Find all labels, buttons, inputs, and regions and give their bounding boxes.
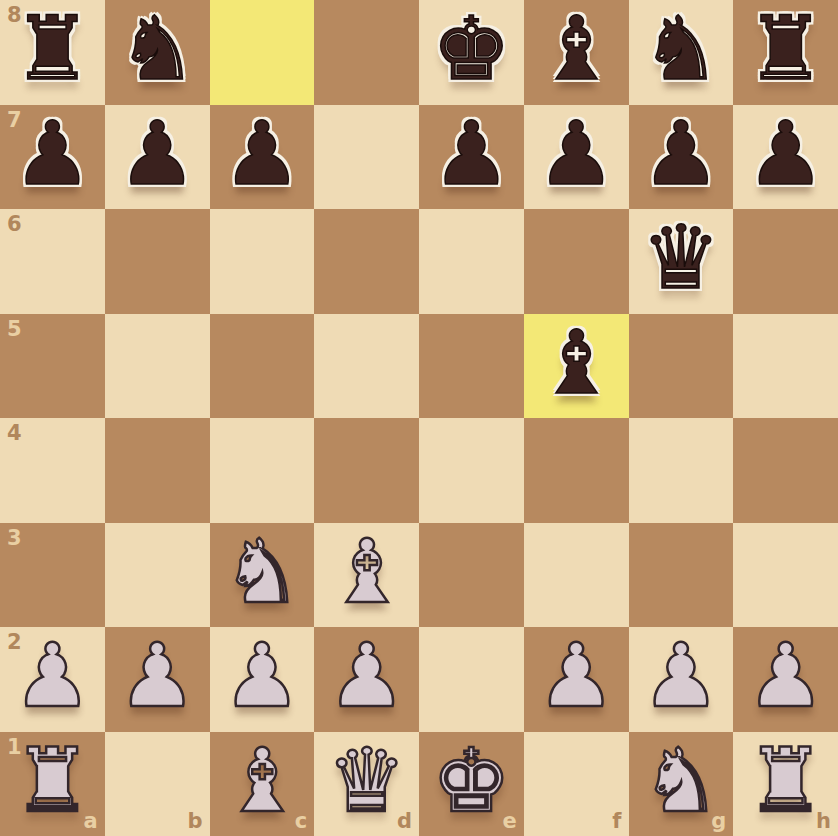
square-b1[interactable]: b xyxy=(105,732,210,836)
square-h2[interactable]: ♟ xyxy=(733,627,838,732)
piece-white-pawn[interactable]: ♟ xyxy=(118,624,197,728)
square-g2[interactable]: ♟ xyxy=(629,627,734,732)
square-f7[interactable]: ♟ xyxy=(524,105,629,210)
piece-black-pawn[interactable]: ♟ xyxy=(222,102,301,206)
square-d4[interactable] xyxy=(314,418,419,523)
square-f2[interactable]: ♟ xyxy=(524,627,629,732)
square-g6[interactable]: ♛ xyxy=(629,209,734,314)
square-b3[interactable] xyxy=(105,523,210,628)
piece-white-bishop[interactable]: ♝ xyxy=(327,520,406,624)
piece-white-pawn[interactable]: ♟ xyxy=(222,624,301,728)
square-e8[interactable]: ♚ xyxy=(419,0,524,105)
square-a3[interactable]: 3 xyxy=(0,523,105,628)
piece-black-bishop[interactable]: ♝ xyxy=(537,0,616,101)
square-b6[interactable] xyxy=(105,209,210,314)
square-h6[interactable] xyxy=(733,209,838,314)
rank-label-3: 3 xyxy=(7,528,22,549)
square-f8[interactable]: ♝ xyxy=(524,0,629,105)
square-a2[interactable]: 2♟ xyxy=(0,627,105,732)
piece-black-pawn[interactable]: ♟ xyxy=(118,102,197,206)
square-c7[interactable]: ♟ xyxy=(210,105,315,210)
piece-white-bishop[interactable]: ♝ xyxy=(222,729,301,833)
square-d7[interactable] xyxy=(314,105,419,210)
square-c8[interactable] xyxy=(210,0,315,105)
rank-label-4: 4 xyxy=(7,423,22,444)
square-h7[interactable]: ♟ xyxy=(733,105,838,210)
piece-white-knight[interactable]: ♞ xyxy=(641,729,720,833)
square-f1[interactable]: f xyxy=(524,732,629,836)
piece-white-pawn[interactable]: ♟ xyxy=(13,624,92,728)
piece-white-king[interactable]: ♚ xyxy=(432,729,511,833)
square-a6[interactable]: 6 xyxy=(0,209,105,314)
square-e4[interactable] xyxy=(419,418,524,523)
piece-white-rook[interactable]: ♜ xyxy=(13,729,92,833)
square-d1[interactable]: d♛ xyxy=(314,732,419,836)
square-b4[interactable] xyxy=(105,418,210,523)
square-g5[interactable] xyxy=(629,314,734,419)
square-f5[interactable]: ♝ xyxy=(524,314,629,419)
square-g7[interactable]: ♟ xyxy=(629,105,734,210)
piece-black-pawn[interactable]: ♟ xyxy=(537,102,616,206)
square-d5[interactable] xyxy=(314,314,419,419)
square-b5[interactable] xyxy=(105,314,210,419)
square-h8[interactable]: ♜ xyxy=(733,0,838,105)
piece-black-knight[interactable]: ♞ xyxy=(118,0,197,101)
piece-black-pawn[interactable]: ♟ xyxy=(432,102,511,206)
square-h4[interactable] xyxy=(733,418,838,523)
square-c4[interactable] xyxy=(210,418,315,523)
square-g4[interactable] xyxy=(629,418,734,523)
square-a8[interactable]: 8♜ xyxy=(0,0,105,105)
square-g3[interactable] xyxy=(629,523,734,628)
square-b8[interactable]: ♞ xyxy=(105,0,210,105)
square-d3[interactable]: ♝ xyxy=(314,523,419,628)
piece-white-pawn[interactable]: ♟ xyxy=(746,624,825,728)
piece-black-knight[interactable]: ♞ xyxy=(641,0,720,101)
square-a7[interactable]: 7♟ xyxy=(0,105,105,210)
piece-white-rook[interactable]: ♜ xyxy=(746,729,825,833)
square-c5[interactable] xyxy=(210,314,315,419)
square-c6[interactable] xyxy=(210,209,315,314)
square-h5[interactable] xyxy=(733,314,838,419)
square-a4[interactable]: 4 xyxy=(0,418,105,523)
piece-black-king[interactable]: ♚ xyxy=(432,0,511,101)
file-label-b: b xyxy=(187,811,202,832)
piece-white-knight[interactable]: ♞ xyxy=(222,520,301,624)
piece-black-rook[interactable]: ♜ xyxy=(746,0,825,101)
square-c3[interactable]: ♞ xyxy=(210,523,315,628)
square-e2[interactable] xyxy=(419,627,524,732)
piece-white-pawn[interactable]: ♟ xyxy=(327,624,406,728)
square-e1[interactable]: e♚ xyxy=(419,732,524,836)
piece-black-pawn[interactable]: ♟ xyxy=(641,102,720,206)
piece-white-pawn[interactable]: ♟ xyxy=(641,624,720,728)
square-d2[interactable]: ♟ xyxy=(314,627,419,732)
piece-black-rook[interactable]: ♜ xyxy=(13,0,92,101)
square-b2[interactable]: ♟ xyxy=(105,627,210,732)
square-e6[interactable] xyxy=(419,209,524,314)
piece-black-queen[interactable]: ♛ xyxy=(641,206,720,310)
square-b7[interactable]: ♟ xyxy=(105,105,210,210)
square-c2[interactable]: ♟ xyxy=(210,627,315,732)
piece-black-pawn[interactable]: ♟ xyxy=(746,102,825,206)
square-d6[interactable] xyxy=(314,209,419,314)
square-h3[interactable] xyxy=(733,523,838,628)
square-e5[interactable] xyxy=(419,314,524,419)
square-c1[interactable]: c♝ xyxy=(210,732,315,836)
square-a1[interactable]: 1a♜ xyxy=(0,732,105,836)
square-h1[interactable]: h♜ xyxy=(733,732,838,836)
square-f3[interactable] xyxy=(524,523,629,628)
square-f4[interactable] xyxy=(524,418,629,523)
square-e7[interactable]: ♟ xyxy=(419,105,524,210)
square-d8[interactable] xyxy=(314,0,419,105)
piece-white-pawn[interactable]: ♟ xyxy=(537,624,616,728)
piece-white-queen[interactable]: ♛ xyxy=(327,729,406,833)
square-a5[interactable]: 5 xyxy=(0,314,105,419)
rank-label-6: 6 xyxy=(7,214,22,235)
square-e3[interactable] xyxy=(419,523,524,628)
chess-board: 8♜♞♚♝♞♜7♟♟♟♟♟♟♟6♛5♝43♞♝2♟♟♟♟♟♟♟1a♜bc♝d♛e… xyxy=(0,0,838,836)
square-g8[interactable]: ♞ xyxy=(629,0,734,105)
piece-black-pawn[interactable]: ♟ xyxy=(13,102,92,206)
square-g1[interactable]: g♞ xyxy=(629,732,734,836)
rank-label-5: 5 xyxy=(7,319,22,340)
file-label-f: f xyxy=(612,811,621,832)
square-f6[interactable] xyxy=(524,209,629,314)
piece-black-bishop[interactable]: ♝ xyxy=(537,311,616,415)
